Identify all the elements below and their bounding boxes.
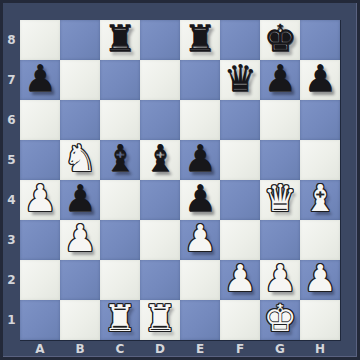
rank-label-8: 8: [3, 20, 20, 60]
rank-label-6: 6: [3, 100, 20, 140]
square-f1[interactable]: [220, 300, 260, 340]
square-h7[interactable]: ♟: [300, 60, 340, 100]
white-rook[interactable]: ♜: [143, 299, 176, 339]
square-h6[interactable]: [300, 100, 340, 140]
square-a5[interactable]: [20, 140, 60, 180]
square-g3[interactable]: [260, 220, 300, 260]
black-pawn[interactable]: ♟: [63, 179, 96, 219]
black-queen[interactable]: ♛: [223, 59, 256, 99]
square-f2[interactable]: ♟: [220, 260, 260, 300]
square-g2[interactable]: ♟: [260, 260, 300, 300]
black-rook[interactable]: ♜: [183, 19, 216, 59]
black-king[interactable]: ♚: [263, 19, 296, 59]
square-g6[interactable]: [260, 100, 300, 140]
white-pawn[interactable]: ♟: [63, 219, 96, 259]
file-label-c: C: [100, 341, 140, 358]
white-pawn[interactable]: ♟: [303, 259, 336, 299]
square-c2[interactable]: [100, 260, 140, 300]
rank-label-2: 2: [3, 260, 20, 300]
square-e5[interactable]: ♟: [180, 140, 220, 180]
square-c7[interactable]: [100, 60, 140, 100]
square-e3[interactable]: ♟: [180, 220, 220, 260]
square-a7[interactable]: ♟: [20, 60, 60, 100]
square-c4[interactable]: [100, 180, 140, 220]
square-c3[interactable]: [100, 220, 140, 260]
square-a8[interactable]: [20, 20, 60, 60]
black-pawn[interactable]: ♟: [303, 59, 336, 99]
square-e1[interactable]: [180, 300, 220, 340]
square-f6[interactable]: [220, 100, 260, 140]
square-e4[interactable]: ♟: [180, 180, 220, 220]
square-d7[interactable]: [140, 60, 180, 100]
square-b4[interactable]: ♟: [60, 180, 100, 220]
square-e6[interactable]: [180, 100, 220, 140]
square-d5[interactable]: ♝: [140, 140, 180, 180]
square-b8[interactable]: [60, 20, 100, 60]
square-h2[interactable]: ♟: [300, 260, 340, 300]
white-bishop[interactable]: ♝: [303, 179, 336, 219]
square-f3[interactable]: [220, 220, 260, 260]
rank-label-3: 3: [3, 220, 20, 260]
square-h1[interactable]: [300, 300, 340, 340]
square-d3[interactable]: [140, 220, 180, 260]
square-f5[interactable]: [220, 140, 260, 180]
white-rook[interactable]: ♜: [103, 299, 136, 339]
rank-label-4: 4: [3, 180, 20, 220]
file-label-h: H: [300, 341, 340, 358]
file-label-f: F: [220, 341, 260, 358]
file-label-d: D: [140, 341, 180, 358]
black-pawn[interactable]: ♟: [23, 59, 56, 99]
black-pawn[interactable]: ♟: [183, 139, 216, 179]
square-a4[interactable]: ♟: [20, 180, 60, 220]
black-pawn[interactable]: ♟: [263, 59, 296, 99]
square-b5[interactable]: ♞: [60, 140, 100, 180]
chess-diagram-frame: ♜♜♚♟♛♟♟♞♝♝♟♟♟♟♛♝♟♟♟♟♟♜♜♚ 87654321 ABCDEF…: [0, 0, 360, 360]
square-d8[interactable]: [140, 20, 180, 60]
file-label-e: E: [180, 341, 220, 358]
square-h3[interactable]: [300, 220, 340, 260]
square-a1[interactable]: [20, 300, 60, 340]
black-bishop[interactable]: ♝: [143, 139, 176, 179]
square-d6[interactable]: [140, 100, 180, 140]
square-h5[interactable]: [300, 140, 340, 180]
square-h8[interactable]: [300, 20, 340, 60]
black-rook[interactable]: ♜: [103, 19, 136, 59]
square-e7[interactable]: [180, 60, 220, 100]
white-pawn[interactable]: ♟: [263, 259, 296, 299]
white-queen[interactable]: ♛: [263, 179, 296, 219]
square-h4[interactable]: ♝: [300, 180, 340, 220]
square-d1[interactable]: ♜: [140, 300, 180, 340]
square-b7[interactable]: [60, 60, 100, 100]
rank-label-1: 1: [3, 300, 20, 340]
square-b1[interactable]: [60, 300, 100, 340]
square-f8[interactable]: [220, 20, 260, 60]
square-d4[interactable]: [140, 180, 180, 220]
square-c1[interactable]: ♜: [100, 300, 140, 340]
square-g1[interactable]: ♚: [260, 300, 300, 340]
black-pawn[interactable]: ♟: [183, 179, 216, 219]
square-c8[interactable]: ♜: [100, 20, 140, 60]
square-b3[interactable]: ♟: [60, 220, 100, 260]
square-g8[interactable]: ♚: [260, 20, 300, 60]
rank-label-5: 5: [3, 140, 20, 180]
black-bishop[interactable]: ♝: [103, 139, 136, 179]
chess-board: ♜♜♚♟♛♟♟♞♝♝♟♟♟♟♛♝♟♟♟♟♟♜♜♚: [20, 20, 341, 341]
square-a2[interactable]: [20, 260, 60, 300]
square-e8[interactable]: ♜: [180, 20, 220, 60]
square-c5[interactable]: ♝: [100, 140, 140, 180]
white-pawn[interactable]: ♟: [183, 219, 216, 259]
square-c6[interactable]: [100, 100, 140, 140]
square-a6[interactable]: [20, 100, 60, 140]
file-label-a: A: [20, 341, 60, 358]
white-pawn[interactable]: ♟: [223, 259, 256, 299]
file-label-b: B: [60, 341, 100, 358]
white-king[interactable]: ♚: [263, 299, 296, 339]
square-e2[interactable]: [180, 260, 220, 300]
white-knight[interactable]: ♞: [63, 139, 96, 179]
square-a3[interactable]: [20, 220, 60, 260]
square-b6[interactable]: [60, 100, 100, 140]
square-b2[interactable]: [60, 260, 100, 300]
square-g7[interactable]: ♟: [260, 60, 300, 100]
file-label-g: G: [260, 341, 300, 358]
square-f4[interactable]: [220, 180, 260, 220]
square-d2[interactable]: [140, 260, 180, 300]
square-g4[interactable]: ♛: [260, 180, 300, 220]
square-f7[interactable]: ♛: [220, 60, 260, 100]
rank-label-7: 7: [3, 60, 20, 100]
square-g5[interactable]: [260, 140, 300, 180]
white-pawn[interactable]: ♟: [23, 179, 56, 219]
